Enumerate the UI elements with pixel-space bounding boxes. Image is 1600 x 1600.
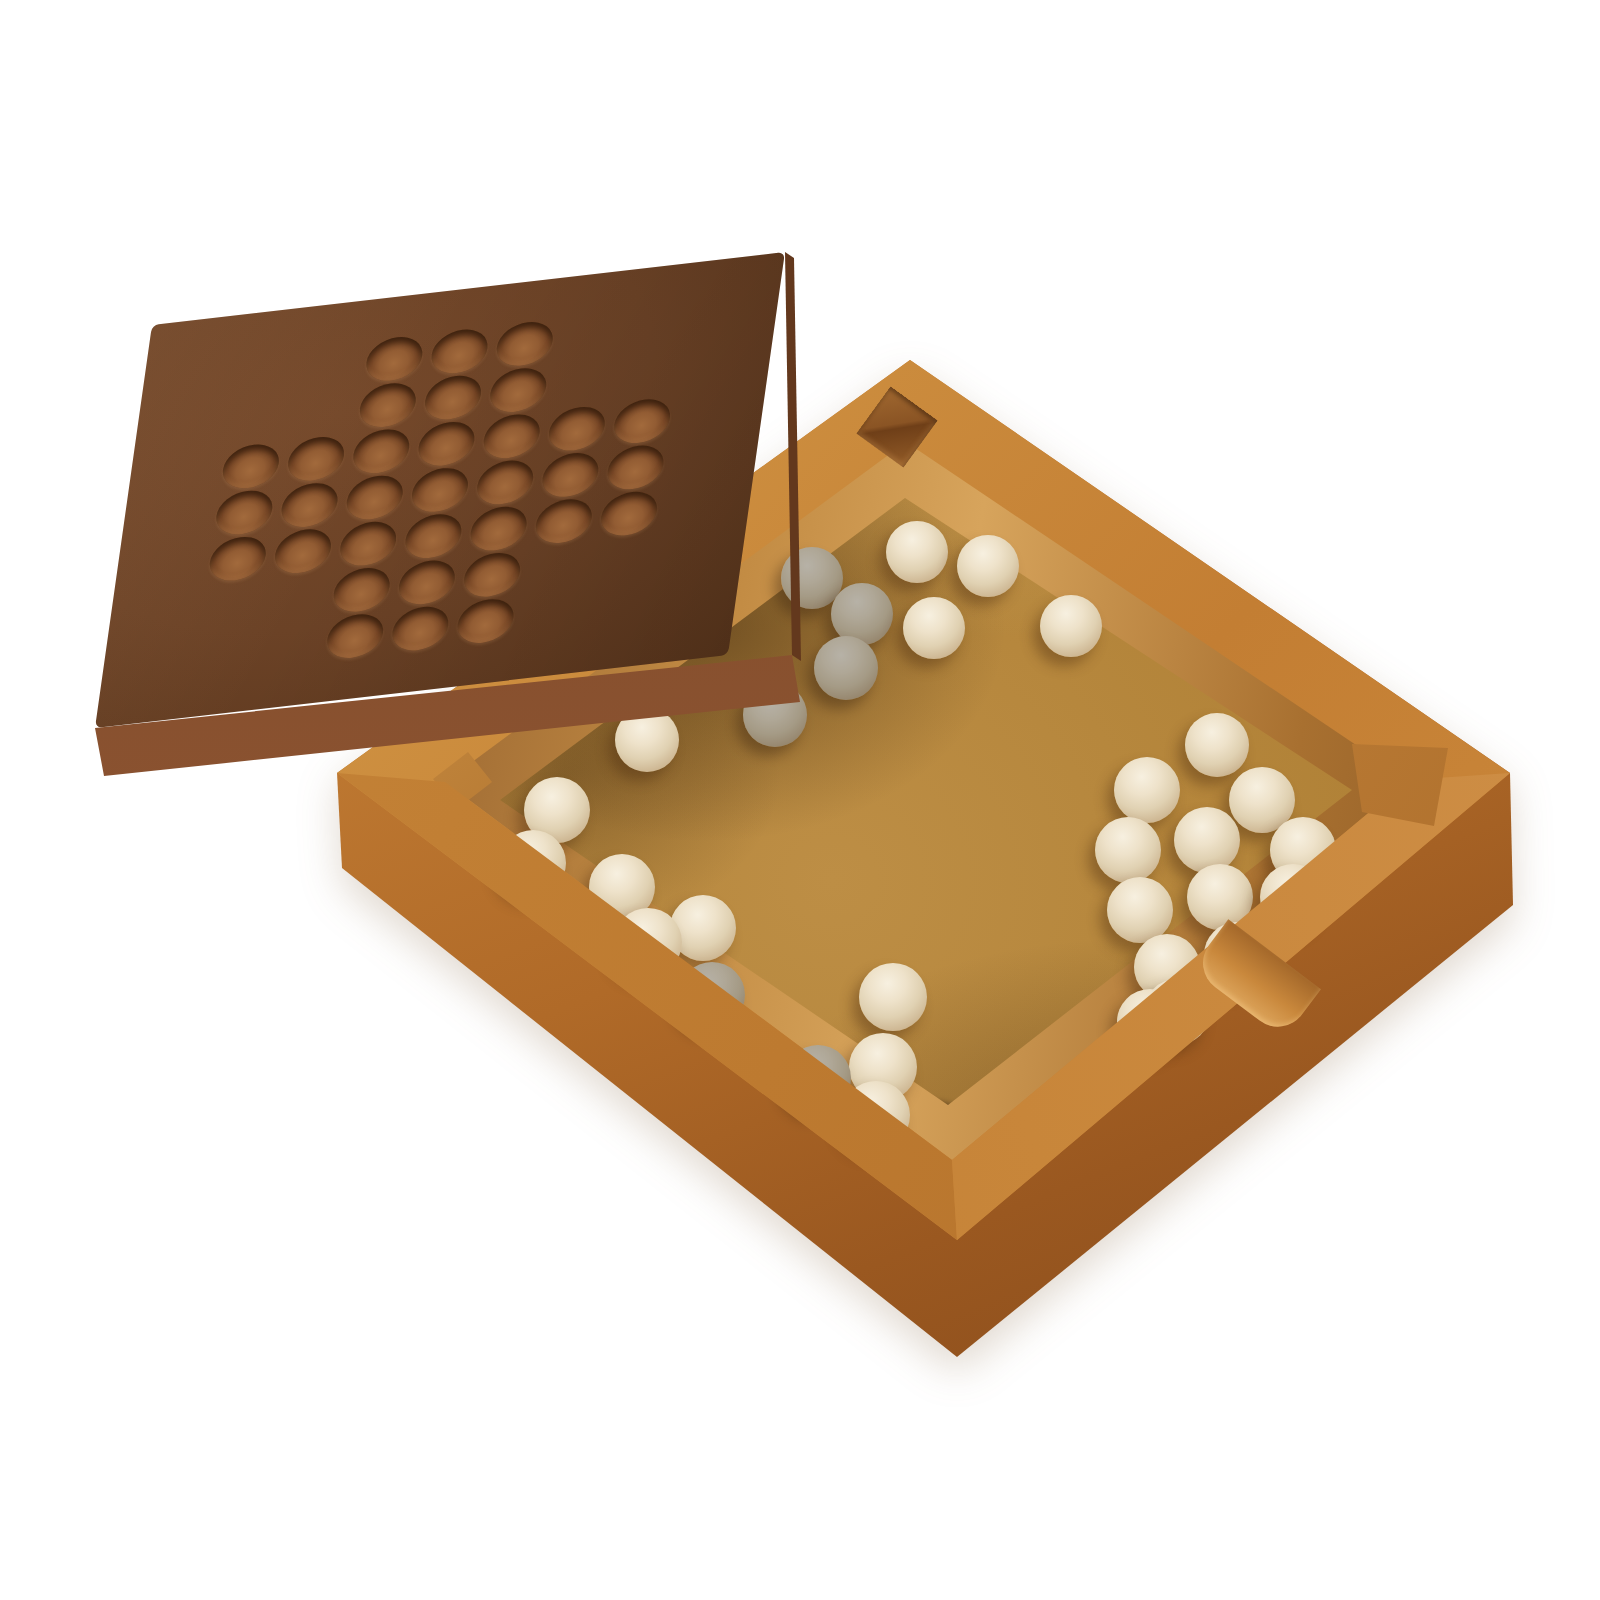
board-hole-empty xyxy=(540,450,602,500)
board-hole-empty xyxy=(324,612,386,662)
board-cell-6-5 xyxy=(515,587,587,641)
board-hole-empty xyxy=(344,473,406,523)
board-hole-empty xyxy=(396,558,458,608)
board-hole-empty xyxy=(533,496,595,546)
board-hole-empty xyxy=(416,419,478,469)
board-hole-empty xyxy=(389,604,451,654)
board-hole-empty xyxy=(546,404,608,454)
board-hole-empty xyxy=(605,443,667,493)
board-hole-empty xyxy=(285,434,347,484)
wooden-marble-14 xyxy=(1174,807,1240,873)
board-hole-empty xyxy=(481,411,543,461)
wooden-marble-27 xyxy=(859,963,927,1031)
board-hole-empty xyxy=(272,527,334,577)
wooden-marble-15 xyxy=(1095,817,1161,883)
solitaire-board xyxy=(95,252,785,728)
board-hole-empty xyxy=(350,426,412,476)
board-hole-empty xyxy=(357,380,419,430)
wooden-marble-7 xyxy=(814,636,878,700)
wooden-marble-11 xyxy=(1114,757,1180,823)
board-cell-6-2 xyxy=(319,610,391,664)
board-cell-6-4 xyxy=(450,595,522,649)
board-hole-empty xyxy=(474,458,536,508)
board-hole-empty xyxy=(364,334,426,384)
board-hole-empty xyxy=(611,396,673,446)
board-cell-6-0 xyxy=(189,625,261,679)
board-hole-empty xyxy=(487,365,549,415)
board-hole-empty xyxy=(220,441,282,491)
board-hole-empty xyxy=(331,565,393,615)
board-cell-6-1 xyxy=(254,617,326,671)
board-hole-empty xyxy=(279,480,341,530)
wooden-marble-2 xyxy=(957,535,1019,597)
board-hole-empty xyxy=(422,372,484,422)
wooden-marble-10 xyxy=(1185,713,1249,777)
wooden-marble-1 xyxy=(886,521,948,583)
board-hole-empty xyxy=(409,465,471,515)
board-hole-empty xyxy=(337,519,399,569)
board-hole-empty xyxy=(494,319,556,369)
board-cell-6-3 xyxy=(384,602,456,656)
board-hole-empty xyxy=(598,489,660,539)
board-hole-empty xyxy=(213,488,275,538)
wooden-marble-6 xyxy=(1040,595,1102,657)
wooden-marble-21 xyxy=(1107,877,1173,943)
board-hole-empty xyxy=(207,534,269,584)
peg-solitaire-product-photo xyxy=(0,0,1600,1600)
wooden-marble-5 xyxy=(903,597,965,659)
board-hole-empty xyxy=(455,597,517,647)
board-cell-6-6 xyxy=(580,580,652,634)
board-hole-empty xyxy=(403,511,465,561)
dimple-grid xyxy=(189,301,691,678)
board-hole-empty xyxy=(468,504,530,554)
balls-layer xyxy=(0,0,1600,1600)
board-hole-empty xyxy=(429,326,491,376)
board-hole-empty xyxy=(461,550,523,600)
